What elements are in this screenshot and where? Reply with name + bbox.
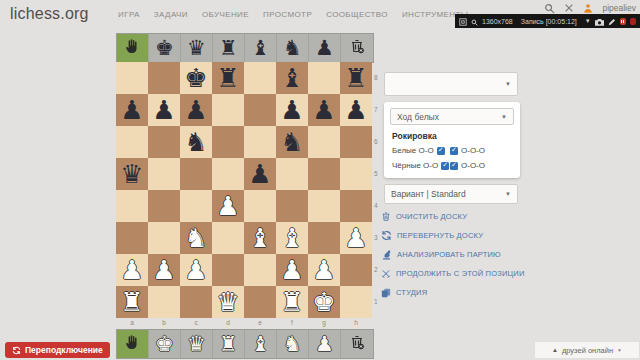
flip-board-button[interactable]: ПЕРЕВЕРНУТЬ ДОСКУ (381, 226, 531, 245)
hand-tool[interactable] (117, 34, 149, 62)
black-knight[interactable]: ♞ (184, 126, 207, 158)
square-d8[interactable]: ♜ (212, 62, 244, 94)
lichess-logo[interactable]: lichess.org (10, 5, 89, 23)
castling-kingside-label: Белые O-O (392, 146, 434, 155)
square-h8[interactable]: ♜ (340, 62, 372, 94)
rank-label: 8 (374, 62, 382, 94)
black-king[interactable]: ♚ (184, 62, 207, 94)
editor-options-card: Ход белых▼ Рокировка Белые O-OO-O-OЧёрны… (384, 102, 520, 178)
variant-value: Вариант | Standard (391, 189, 466, 199)
square-h3[interactable]: ♟ (340, 222, 372, 254)
square-e2[interactable] (244, 254, 276, 286)
pencil-icon[interactable] (608, 12, 616, 30)
nav-item-5[interactable]: СООБЩЕСТВО (326, 10, 388, 19)
file-label: e (244, 318, 276, 329)
chevron-down-icon: ▼ (505, 191, 511, 197)
spare-black-queen[interactable]: ♛ (181, 34, 213, 62)
castling-queenside-label: O-O-O (461, 146, 485, 155)
rank-label: 6 (374, 126, 382, 158)
square-d2[interactable] (212, 254, 244, 286)
frame-icon (459, 12, 467, 30)
swords-icon (381, 269, 391, 279)
square-h4[interactable] (340, 190, 372, 222)
castling-title: Рокировка (392, 131, 437, 141)
rank-label: 7 (374, 94, 382, 126)
castling-row-2: Чёрные O-OO-O-O (392, 158, 512, 173)
black-knight-piece: ♞ (283, 36, 302, 60)
castling-queenside-checkbox[interactable] (450, 162, 458, 170)
white-bishop[interactable]: ♝ (248, 222, 271, 254)
square-b7[interactable]: ♟ (148, 94, 180, 126)
black-pawn[interactable]: ♟ (280, 94, 303, 126)
hand-icon (124, 38, 141, 59)
square-c1[interactable] (180, 286, 212, 318)
pause-recording-button[interactable] (620, 18, 626, 25)
square-c2[interactable]: ♟ (180, 254, 212, 286)
square-a4[interactable] (116, 190, 148, 222)
square-g8[interactable] (308, 62, 340, 94)
square-a3[interactable] (116, 222, 148, 254)
hand-icon (124, 334, 141, 355)
square-b1[interactable] (148, 286, 180, 318)
search-icon[interactable] (544, 3, 555, 14)
square-e3[interactable]: ♝ (244, 222, 276, 254)
white-queen-piece: ♛ (187, 332, 206, 356)
square-f1[interactable]: ♜ (276, 286, 308, 318)
square-d7[interactable] (212, 94, 244, 126)
file-label: g (308, 318, 340, 329)
header-right: pipealiev (544, 1, 636, 15)
black-rook[interactable]: ♜ (216, 62, 239, 94)
reconnect-label: Переподключение (25, 345, 103, 355)
analyse-button[interactable]: АНАЛИЗИРОВАТЬ ПАРТИЮ (381, 245, 531, 264)
action-label: АНАЛИЗИРОВАТЬ ПАРТИЮ (397, 250, 501, 259)
square-e7[interactable] (244, 94, 276, 126)
close-icon[interactable] (564, 3, 574, 13)
square-g3[interactable] (308, 222, 340, 254)
square-b6[interactable] (148, 126, 180, 158)
castling-queenside-label: O-O-O (461, 161, 485, 170)
square-c3[interactable]: ♞ (180, 222, 212, 254)
chevron-down-icon: ▼ (617, 347, 622, 353)
square-g4[interactable] (308, 190, 340, 222)
square-h1[interactable] (340, 286, 372, 318)
file-label: d (212, 318, 244, 329)
square-g7[interactable]: ♟ (308, 94, 340, 126)
black-queen-piece: ♛ (187, 36, 206, 60)
file-labels: abcdefgh (116, 318, 372, 329)
square-c7[interactable]: ♟ (180, 94, 212, 126)
black-pawn[interactable]: ♟ (344, 94, 367, 126)
square-e8[interactable] (244, 62, 276, 94)
zoom-icon[interactable] (471, 12, 478, 30)
spare-white-queen[interactable]: ♛ (181, 330, 213, 358)
square-c6[interactable]: ♞ (180, 126, 212, 158)
position-preset-select[interactable]: ▼ (384, 72, 518, 96)
spare-white-pawn[interactable]: ♟ (309, 330, 341, 358)
file-label: f (276, 318, 308, 329)
action-label: СТУДИЯ (396, 288, 427, 297)
square-e4[interactable] (244, 190, 276, 222)
white-rook-piece: ♜ (219, 332, 238, 356)
black-queen[interactable]: ♛ (120, 158, 143, 190)
spare-black-king[interactable]: ♚ (149, 34, 181, 62)
black-pawn[interactable]: ♟ (312, 94, 335, 126)
file-label: h (340, 318, 372, 329)
white-pawn[interactable]: ♟ (344, 222, 367, 254)
square-f2[interactable]: ♟ (276, 254, 308, 286)
nav-item-4[interactable]: ПРОСМОТР (263, 10, 312, 19)
reconnecting-badge: Переподключение (5, 342, 110, 358)
white-pawn[interactable]: ♟ (120, 254, 143, 286)
square-f7[interactable]: ♟ (276, 94, 308, 126)
square-c5[interactable] (180, 158, 212, 190)
square-h5[interactable] (340, 158, 372, 190)
square-g2[interactable]: ♟ (308, 254, 340, 286)
square-e1[interactable] (244, 286, 276, 318)
white-bishop[interactable]: ♝ (280, 222, 303, 254)
black-bishop[interactable]: ♝ (280, 62, 303, 94)
black-pawn[interactable]: ♟ (152, 94, 175, 126)
spare-white-bishop[interactable]: ♝ (245, 330, 277, 358)
square-d3[interactable] (212, 222, 244, 254)
spare-pieces-black: ♚♛♜♝♞♟ (116, 33, 374, 63)
white-pawn[interactable]: ♟ (184, 254, 207, 286)
camera-icon[interactable] (595, 12, 604, 30)
spare-black-bishop[interactable]: ♝ (245, 34, 277, 62)
spare-white-knight[interactable]: ♞ (277, 330, 309, 358)
file-label: c (180, 318, 212, 329)
black-pawn-piece: ♟ (315, 36, 334, 60)
square-d6[interactable] (212, 126, 244, 158)
white-rook[interactable]: ♜ (120, 286, 143, 318)
flip-icon (381, 230, 392, 241)
nav-item-1[interactable]: ИГРА (118, 10, 140, 19)
hand-tool[interactable] (117, 330, 149, 358)
action-label: ПРОДОЛЖИТЬ С ЭТОЙ ПОЗИЦИИ (396, 269, 524, 278)
reconnect-icon (12, 346, 21, 355)
black-bishop-piece: ♝ (251, 36, 270, 60)
challenge-person-icon[interactable] (583, 3, 593, 14)
square-c8[interactable]: ♚ (180, 62, 212, 94)
square-e6[interactable] (244, 126, 276, 158)
nav-item-2[interactable]: ЗАДАЧИ (154, 10, 188, 19)
spare-pieces-white: ♚♛♜♝♞♟ (116, 329, 374, 359)
white-rook[interactable]: ♜ (280, 286, 303, 318)
clear-board-button[interactable]: ОЧИСТИТЬ ДОСКУ (381, 207, 531, 226)
study-button[interactable]: СТУДИЯ (381, 283, 531, 302)
white-knight[interactable]: ♞ (184, 222, 207, 254)
spare-black-rook[interactable]: ♜ (213, 34, 245, 62)
black-rook-piece: ♜ (219, 36, 238, 60)
square-f3[interactable]: ♝ (276, 222, 308, 254)
castling-row-1: Белые O-OO-O-O (392, 143, 512, 158)
lichess-board-editor-page: lichess.org ИГРАЗАДАЧИОБУЧЕНИЕПРОСМОТРСО… (0, 0, 640, 360)
square-c4[interactable] (180, 190, 212, 222)
square-a1[interactable]: ♜ (116, 286, 148, 318)
editor-actions: ОЧИСТИТЬ ДОСКУПЕРЕВЕРНУТЬ ДОСКУАНАЛИЗИРО… (381, 207, 531, 302)
microscope-icon (381, 249, 392, 260)
spare-white-king[interactable]: ♚ (149, 330, 181, 358)
square-b8[interactable] (148, 62, 180, 94)
castling-kingside-label: Чёрные O-O (392, 161, 438, 170)
chevron-down-icon: ▼ (505, 81, 511, 87)
square-a7[interactable]: ♟ (116, 94, 148, 126)
square-b3[interactable] (148, 222, 180, 254)
main-nav: ИГРАЗАДАЧИОБУЧЕНИЕПРОСМОТРСООБЩЕСТВОИНСТ… (118, 10, 468, 19)
file-label: b (148, 318, 180, 329)
rank-label: 5 (374, 158, 382, 190)
square-f4[interactable] (276, 190, 308, 222)
continue-from-position-button[interactable]: ПРОДОЛЖИТЬ С ЭТОЙ ПОЗИЦИИ (381, 264, 531, 283)
square-a6[interactable] (116, 126, 148, 158)
square-h2[interactable] (340, 254, 372, 286)
square-g1[interactable]: ♚ (308, 286, 340, 318)
stop-recording-button[interactable] (630, 18, 636, 25)
friends-online-label: друзей онлайн (562, 346, 613, 355)
square-g5[interactable] (308, 158, 340, 190)
square-f6[interactable]: ♞ (276, 126, 308, 158)
castling-kingside-checkbox[interactable] (441, 162, 449, 170)
chess-board: ♚♜♝♜♟♟♟♟♟♟♞♞♛♟♟♞♝♝♟♟♟♟♟♟♜♛♜♚ (116, 62, 372, 318)
action-label: ОЧИСТИТЬ ДОСКУ (396, 212, 467, 221)
spare-black-pawn[interactable]: ♟ (309, 34, 341, 62)
friends-online-toggle[interactable]: ▲ друзей онлайн ▼ (534, 341, 640, 359)
square-f8[interactable]: ♝ (276, 62, 308, 94)
variant-select[interactable]: Вариант | Standard▼ (384, 184, 518, 204)
black-rook[interactable]: ♜ (344, 62, 367, 94)
white-knight-piece: ♞ (283, 332, 302, 356)
white-pawn[interactable]: ♟ (216, 190, 239, 222)
white-queen[interactable]: ♛ (216, 286, 239, 318)
square-h6[interactable] (340, 126, 372, 158)
square-a8[interactable] (116, 62, 148, 94)
square-a5[interactable]: ♛ (116, 158, 148, 190)
screen-recorder-bar: 1360x768 Запись [00:05:12] ▼ (455, 14, 640, 28)
castling-queenside-checkbox[interactable] (450, 147, 458, 155)
square-b2[interactable]: ♟ (148, 254, 180, 286)
study-icon (381, 288, 391, 298)
recorder-resolution: 1360x768 (482, 18, 513, 25)
white-pawn[interactable]: ♟ (152, 254, 175, 286)
spare-black-knight[interactable]: ♞ (277, 34, 309, 62)
square-d1[interactable]: ♛ (212, 286, 244, 318)
delete-tool[interactable] (341, 34, 373, 62)
nav-item-3[interactable]: ОБУЧЕНИЕ (202, 10, 249, 19)
white-pawn[interactable]: ♟ (280, 254, 303, 286)
square-f5[interactable] (276, 158, 308, 190)
black-knight[interactable]: ♞ (280, 126, 303, 158)
delete-tool[interactable] (341, 330, 373, 358)
square-d4[interactable]: ♟ (212, 190, 244, 222)
white-king-piece: ♚ (155, 332, 174, 356)
file-label: a (116, 318, 148, 329)
castling-rows: Белые O-OO-O-OЧёрные O-OO-O-O (392, 143, 512, 173)
square-b4[interactable] (148, 190, 180, 222)
recorder-dropdown-icon[interactable]: ▼ (585, 18, 591, 24)
collapse-arrow-icon: ▲ (552, 347, 558, 353)
square-g6[interactable] (308, 126, 340, 158)
white-pawn-piece: ♟ (315, 332, 334, 356)
white-king[interactable]: ♚ (312, 286, 335, 318)
action-label: ПЕРЕВЕРНУТЬ ДОСКУ (397, 231, 483, 240)
square-d5[interactable] (212, 158, 244, 190)
trash-icon (349, 334, 365, 354)
black-pawn[interactable]: ♟ (248, 158, 271, 190)
square-h7[interactable]: ♟ (340, 94, 372, 126)
trash-icon (349, 38, 365, 58)
chevron-down-icon: ▼ (501, 114, 507, 120)
recorder-status: Запись [00:05:12] (521, 18, 577, 25)
black-king-piece: ♚ (155, 36, 174, 60)
side-to-move-select[interactable]: Ход белых▼ (390, 108, 514, 125)
castling-kingside-checkbox[interactable] (437, 147, 445, 155)
square-b5[interactable] (148, 158, 180, 190)
trash-icon (381, 211, 391, 222)
square-e5[interactable]: ♟ (244, 158, 276, 190)
side-to-move-value: Ход белых (397, 112, 439, 122)
white-pawn[interactable]: ♟ (312, 254, 335, 286)
black-pawn[interactable]: ♟ (120, 94, 143, 126)
black-pawn[interactable]: ♟ (184, 94, 207, 126)
square-a2[interactable]: ♟ (116, 254, 148, 286)
spare-white-rook[interactable]: ♜ (213, 330, 245, 358)
white-bishop-piece: ♝ (251, 332, 270, 356)
